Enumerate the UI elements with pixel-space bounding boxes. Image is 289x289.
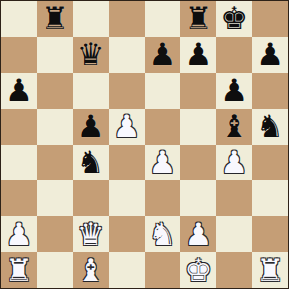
piece-white-queen[interactable]: ♛ bbox=[77, 219, 105, 250]
square-h4[interactable] bbox=[252, 145, 288, 181]
piece-black-pawn[interactable]: ♟ bbox=[5, 75, 33, 106]
square-e5[interactable] bbox=[145, 109, 181, 145]
square-h2[interactable] bbox=[252, 216, 288, 252]
square-f1[interactable]: ♚ bbox=[180, 252, 216, 288]
piece-black-pawn[interactable]: ♟ bbox=[149, 39, 177, 70]
square-c3[interactable] bbox=[73, 180, 109, 216]
square-c2[interactable]: ♛ bbox=[73, 216, 109, 252]
square-a5[interactable] bbox=[1, 109, 37, 145]
square-e2[interactable]: ♞ bbox=[145, 216, 181, 252]
square-a6[interactable]: ♟ bbox=[1, 73, 37, 109]
square-f5[interactable] bbox=[180, 109, 216, 145]
square-a4[interactable] bbox=[1, 145, 37, 181]
square-d5[interactable]: ♟ bbox=[109, 109, 145, 145]
piece-white-pawn[interactable]: ♟ bbox=[220, 147, 248, 178]
square-e7[interactable]: ♟ bbox=[145, 37, 181, 73]
square-b5[interactable] bbox=[37, 109, 73, 145]
square-f2[interactable]: ♟ bbox=[180, 216, 216, 252]
square-b2[interactable] bbox=[37, 216, 73, 252]
square-e6[interactable] bbox=[145, 73, 181, 109]
piece-black-knight[interactable]: ♞ bbox=[256, 111, 284, 142]
square-a7[interactable] bbox=[1, 37, 37, 73]
piece-white-king[interactable]: ♚ bbox=[184, 255, 212, 286]
square-a2[interactable]: ♟ bbox=[1, 216, 37, 252]
square-g7[interactable] bbox=[216, 37, 252, 73]
square-d6[interactable] bbox=[109, 73, 145, 109]
piece-black-pawn[interactable]: ♟ bbox=[256, 39, 284, 70]
square-e1[interactable] bbox=[145, 252, 181, 288]
square-h1[interactable]: ♜ bbox=[252, 252, 288, 288]
piece-white-pawn[interactable]: ♟ bbox=[184, 219, 212, 250]
square-g2[interactable] bbox=[216, 216, 252, 252]
piece-black-pawn[interactable]: ♟ bbox=[184, 39, 212, 70]
piece-white-knight[interactable]: ♞ bbox=[149, 219, 177, 250]
square-d1[interactable] bbox=[109, 252, 145, 288]
piece-black-rook[interactable]: ♜ bbox=[41, 3, 69, 34]
square-g6[interactable]: ♟ bbox=[216, 73, 252, 109]
square-b6[interactable] bbox=[37, 73, 73, 109]
square-e4[interactable]: ♟ bbox=[145, 145, 181, 181]
square-b3[interactable] bbox=[37, 180, 73, 216]
square-d2[interactable] bbox=[109, 216, 145, 252]
piece-black-king[interactable]: ♚ bbox=[220, 3, 248, 34]
square-b4[interactable] bbox=[37, 145, 73, 181]
square-f6[interactable] bbox=[180, 73, 216, 109]
square-a3[interactable] bbox=[1, 180, 37, 216]
square-d7[interactable] bbox=[109, 37, 145, 73]
square-h7[interactable]: ♟ bbox=[252, 37, 288, 73]
square-f8[interactable]: ♜ bbox=[180, 1, 216, 37]
square-g5[interactable]: ♝ bbox=[216, 109, 252, 145]
square-g3[interactable] bbox=[216, 180, 252, 216]
square-f4[interactable] bbox=[180, 145, 216, 181]
piece-black-pawn[interactable]: ♟ bbox=[220, 75, 248, 106]
square-c6[interactable] bbox=[73, 73, 109, 109]
square-c8[interactable] bbox=[73, 1, 109, 37]
square-c7[interactable]: ♛ bbox=[73, 37, 109, 73]
square-f3[interactable] bbox=[180, 180, 216, 216]
square-a1[interactable]: ♜ bbox=[1, 252, 37, 288]
piece-black-rook[interactable]: ♜ bbox=[184, 3, 212, 34]
square-g8[interactable]: ♚ bbox=[216, 1, 252, 37]
square-e8[interactable] bbox=[145, 1, 181, 37]
piece-white-pawn[interactable]: ♟ bbox=[113, 111, 141, 142]
square-b7[interactable] bbox=[37, 37, 73, 73]
square-f7[interactable]: ♟ bbox=[180, 37, 216, 73]
piece-black-queen[interactable]: ♛ bbox=[77, 39, 105, 70]
square-h3[interactable] bbox=[252, 180, 288, 216]
square-b1[interactable] bbox=[37, 252, 73, 288]
square-d3[interactable] bbox=[109, 180, 145, 216]
square-h5[interactable]: ♞ bbox=[252, 109, 288, 145]
square-c5[interactable]: ♟ bbox=[73, 109, 109, 145]
piece-white-pawn[interactable]: ♟ bbox=[149, 147, 177, 178]
piece-black-bishop[interactable]: ♝ bbox=[220, 111, 248, 142]
square-h6[interactable] bbox=[252, 73, 288, 109]
square-c4[interactable]: ♞ bbox=[73, 145, 109, 181]
square-g4[interactable]: ♟ bbox=[216, 145, 252, 181]
square-g1[interactable] bbox=[216, 252, 252, 288]
square-a8[interactable] bbox=[1, 1, 37, 37]
square-d8[interactable] bbox=[109, 1, 145, 37]
square-b8[interactable]: ♜ bbox=[37, 1, 73, 37]
square-h8[interactable] bbox=[252, 1, 288, 37]
square-c1[interactable]: ♝ bbox=[73, 252, 109, 288]
piece-white-bishop[interactable]: ♝ bbox=[77, 255, 105, 286]
square-e3[interactable] bbox=[145, 180, 181, 216]
piece-white-rook[interactable]: ♜ bbox=[256, 255, 284, 286]
piece-black-pawn[interactable]: ♟ bbox=[77, 111, 105, 142]
piece-white-pawn[interactable]: ♟ bbox=[5, 219, 33, 250]
square-d4[interactable] bbox=[109, 145, 145, 181]
piece-black-knight[interactable]: ♞ bbox=[77, 147, 105, 178]
piece-white-rook[interactable]: ♜ bbox=[5, 255, 33, 286]
chess-board: ♜♜♚♛♟♟♟♟♟♟♟♝♞♞♟♟♟♛♞♟♜♝♚♜ bbox=[0, 0, 289, 289]
